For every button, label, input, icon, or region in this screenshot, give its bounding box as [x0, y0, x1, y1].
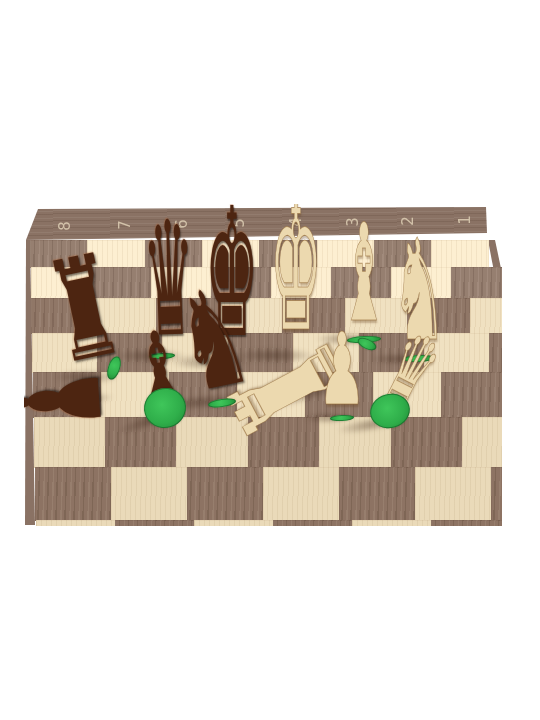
- square-b7: [111, 467, 188, 521]
- square-a4: [352, 520, 432, 526]
- square-a3: [431, 520, 502, 526]
- square-b3: [415, 467, 492, 521]
- square-b4: [339, 467, 416, 521]
- square-b6: [187, 467, 264, 521]
- rank-label-7: 7: [118, 220, 133, 230]
- square-b2: [491, 467, 502, 521]
- rank-label-1: 1: [458, 215, 473, 225]
- piece-light-pawn: ♟: [318, 320, 366, 420]
- square-a6: [194, 520, 274, 526]
- chessboard-photo: 87654321♜♟♛♚♞♝♚♝♞♜♟♛: [24, 204, 502, 526]
- square-b5: [263, 467, 340, 521]
- square-a8: [36, 520, 116, 526]
- product-photo-page: 87654321♜♟♛♚♞♝♚♝♞♜♟♛: [0, 0, 540, 720]
- square-e1: [489, 333, 502, 373]
- square-a7: [115, 520, 195, 526]
- square-f1: [470, 298, 502, 334]
- square-g1: [451, 267, 503, 299]
- square-a5: [273, 520, 353, 526]
- square-d2: [441, 372, 502, 418]
- square-b8: [35, 467, 112, 521]
- piece-light-king: ♚: [270, 204, 322, 357]
- square-c2: [462, 417, 502, 468]
